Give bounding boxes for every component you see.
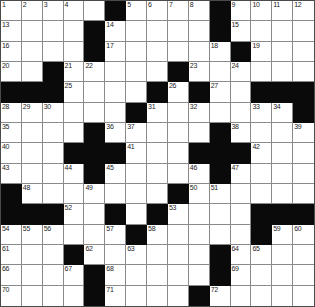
black-cell-r11c3 bbox=[43, 204, 64, 224]
black-cell-r11c1 bbox=[1, 204, 22, 224]
black-cell-r5c2 bbox=[22, 82, 43, 102]
clue-number-47: 47 bbox=[232, 164, 239, 172]
cell-r9c1[interactable]: 43 bbox=[1, 164, 22, 184]
cell-r10c10[interactable]: 50 bbox=[189, 184, 210, 204]
cell-r14c9[interactable] bbox=[168, 265, 189, 285]
cell-r9c14[interactable] bbox=[272, 164, 293, 184]
black-cell-r6c15 bbox=[293, 103, 314, 123]
clue-number-12: 12 bbox=[294, 1, 301, 9]
clue-number-37: 37 bbox=[127, 123, 134, 131]
cell-r1c2[interactable]: 2 bbox=[22, 1, 43, 21]
cell-r1c7[interactable]: 5 bbox=[126, 1, 147, 21]
cell-r1c15[interactable]: 12 bbox=[293, 1, 314, 21]
cell-r10c8[interactable] bbox=[147, 184, 168, 204]
black-cell-r9c11 bbox=[210, 164, 231, 184]
cell-r6c9[interactable] bbox=[168, 103, 189, 123]
cell-r15c9[interactable] bbox=[168, 286, 189, 306]
clue-number-50: 50 bbox=[190, 184, 197, 192]
cell-r3c6[interactable]: 17 bbox=[105, 42, 126, 62]
cell-r14c13[interactable] bbox=[251, 265, 272, 285]
clue-number-22: 22 bbox=[85, 62, 92, 70]
cell-r4c10[interactable]: 23 bbox=[189, 62, 210, 82]
cell-r14c2[interactable] bbox=[22, 265, 43, 285]
black-cell-r10c9 bbox=[168, 184, 189, 204]
clue-number-7: 7 bbox=[169, 1, 173, 9]
clue-number-33: 33 bbox=[252, 103, 259, 111]
cell-r1c1[interactable]: 1 bbox=[1, 1, 22, 21]
cell-r7c9[interactable] bbox=[168, 123, 189, 143]
black-cell-r4c9 bbox=[168, 62, 189, 82]
clue-number-60: 60 bbox=[294, 225, 301, 233]
cell-r13c9[interactable] bbox=[168, 245, 189, 265]
black-cell-r11c6 bbox=[105, 204, 126, 224]
cell-r6c10[interactable]: 32 bbox=[189, 103, 210, 123]
clue-number-59: 59 bbox=[273, 225, 280, 233]
cell-r9c2[interactable] bbox=[22, 164, 43, 184]
clue-number-66: 66 bbox=[2, 265, 9, 273]
clue-number-28: 28 bbox=[2, 103, 9, 111]
clue-number-48: 48 bbox=[23, 184, 30, 192]
cell-r3c3[interactable] bbox=[43, 42, 64, 62]
cell-r3c11[interactable]: 18 bbox=[210, 42, 231, 62]
cell-r2c13[interactable] bbox=[251, 21, 272, 41]
cell-r2c3[interactable] bbox=[43, 21, 64, 41]
cell-r15c8[interactable] bbox=[147, 286, 168, 306]
cell-r11c5[interactable] bbox=[84, 204, 105, 224]
clue-number-19: 19 bbox=[252, 42, 259, 50]
clue-number-11: 11 bbox=[273, 1, 280, 9]
cell-r12c2[interactable]: 55 bbox=[22, 225, 43, 245]
clue-number-44: 44 bbox=[65, 164, 72, 172]
cell-r15c6[interactable]: 71 bbox=[105, 286, 126, 306]
cell-r10c11[interactable]: 51 bbox=[210, 184, 231, 204]
cell-r4c15[interactable] bbox=[293, 62, 314, 82]
black-cell-r8c5 bbox=[84, 143, 105, 163]
cell-r2c15[interactable] bbox=[293, 21, 314, 41]
cell-r4c1[interactable]: 20 bbox=[1, 62, 22, 82]
cell-r8c15[interactable] bbox=[293, 143, 314, 163]
cell-r4c4[interactable]: 21 bbox=[64, 62, 85, 82]
clue-number-42: 42 bbox=[252, 143, 259, 151]
cell-r14c4[interactable]: 67 bbox=[64, 265, 85, 285]
cell-r11c11[interactable] bbox=[210, 204, 231, 224]
cell-r1c13[interactable]: 10 bbox=[251, 1, 272, 21]
cell-r9c9[interactable] bbox=[168, 164, 189, 184]
cell-r1c14[interactable]: 11 bbox=[272, 1, 293, 21]
cell-r7c2[interactable] bbox=[22, 123, 43, 143]
cell-r12c1[interactable]: 54 bbox=[1, 225, 22, 245]
black-cell-r8c4 bbox=[64, 143, 85, 163]
cell-r2c7[interactable] bbox=[126, 21, 147, 41]
cell-r6c6[interactable] bbox=[105, 103, 126, 123]
black-cell-r15c10 bbox=[189, 286, 210, 306]
clue-number-30: 30 bbox=[44, 103, 51, 111]
clue-number-10: 10 bbox=[252, 1, 259, 9]
clue-number-69: 69 bbox=[232, 265, 239, 273]
cell-r12c9[interactable] bbox=[168, 225, 189, 245]
cell-r12c10[interactable] bbox=[189, 225, 210, 245]
clue-number-17: 17 bbox=[106, 42, 113, 50]
cell-r10c7[interactable] bbox=[126, 184, 147, 204]
cell-r15c4[interactable] bbox=[64, 286, 85, 306]
clue-number-18: 18 bbox=[211, 42, 218, 50]
cell-r6c13[interactable]: 33 bbox=[251, 103, 272, 123]
cell-r13c3[interactable] bbox=[43, 245, 64, 265]
clue-number-3: 3 bbox=[44, 1, 48, 9]
cell-r2c4[interactable] bbox=[64, 21, 85, 41]
black-cell-r2c5 bbox=[84, 21, 105, 41]
cell-r13c14[interactable] bbox=[272, 245, 293, 265]
clue-number-53: 53 bbox=[169, 204, 176, 212]
cell-r3c2[interactable] bbox=[22, 42, 43, 62]
black-cell-r9c5 bbox=[84, 164, 105, 184]
clue-number-52: 52 bbox=[65, 204, 72, 212]
cell-r5c9[interactable]: 26 bbox=[168, 82, 189, 102]
clue-number-51: 51 bbox=[211, 184, 218, 192]
cell-r7c1[interactable]: 35 bbox=[1, 123, 22, 143]
cell-r8c9[interactable] bbox=[168, 143, 189, 163]
cell-r7c3[interactable] bbox=[43, 123, 64, 143]
black-cell-r15c5 bbox=[84, 286, 105, 306]
crossword-board: 1234567891011121314151617181920212223242… bbox=[0, 0, 315, 307]
cell-r2c1[interactable]: 13 bbox=[1, 21, 22, 41]
black-cell-r3c12 bbox=[231, 42, 252, 62]
cell-r11c7[interactable] bbox=[126, 204, 147, 224]
black-cell-r5c14 bbox=[272, 82, 293, 102]
cell-r4c2[interactable] bbox=[22, 62, 43, 82]
cell-r11c9[interactable]: 53 bbox=[168, 204, 189, 224]
black-cell-r2c11 bbox=[210, 21, 231, 41]
cell-r1c8[interactable]: 6 bbox=[147, 1, 168, 21]
cell-r7c8[interactable] bbox=[147, 123, 168, 143]
cell-r10c3[interactable] bbox=[43, 184, 64, 204]
cell-r1c10[interactable]: 8 bbox=[189, 1, 210, 21]
cell-r14c1[interactable]: 66 bbox=[1, 265, 22, 285]
cell-r6c12[interactable] bbox=[231, 103, 252, 123]
black-cell-r13c11 bbox=[210, 245, 231, 265]
cell-r10c6[interactable] bbox=[105, 184, 126, 204]
clue-number-25: 25 bbox=[65, 82, 72, 90]
clue-number-67: 67 bbox=[65, 265, 72, 273]
black-cell-r5c10 bbox=[189, 82, 210, 102]
cell-r1c3[interactable]: 3 bbox=[43, 1, 64, 21]
cell-r6c4[interactable] bbox=[64, 103, 85, 123]
clue-number-6: 6 bbox=[148, 1, 152, 9]
cell-r14c14[interactable] bbox=[272, 265, 293, 285]
clue-number-65: 65 bbox=[252, 245, 259, 253]
cell-r13c5[interactable]: 62 bbox=[84, 245, 105, 265]
cell-r3c10[interactable] bbox=[189, 42, 210, 62]
cell-r4c5[interactable]: 22 bbox=[84, 62, 105, 82]
black-cell-r8c6 bbox=[105, 143, 126, 163]
cell-r1c9[interactable]: 7 bbox=[168, 1, 189, 21]
cell-r6c8[interactable]: 31 bbox=[147, 103, 168, 123]
cell-r7c14[interactable] bbox=[272, 123, 293, 143]
cell-r15c7[interactable] bbox=[126, 286, 147, 306]
cell-r2c8[interactable] bbox=[147, 21, 168, 41]
cell-r10c13[interactable] bbox=[251, 184, 272, 204]
cell-r2c2[interactable] bbox=[22, 21, 43, 41]
cell-r3c8[interactable] bbox=[147, 42, 168, 62]
cell-r15c11[interactable]: 72 bbox=[210, 286, 231, 306]
cell-r6c1[interactable]: 28 bbox=[1, 103, 22, 123]
cell-r15c2[interactable] bbox=[22, 286, 43, 306]
cell-r4c7[interactable] bbox=[126, 62, 147, 82]
black-cell-r5c15 bbox=[293, 82, 314, 102]
cell-r10c2[interactable]: 48 bbox=[22, 184, 43, 204]
cell-r14c10[interactable] bbox=[189, 265, 210, 285]
cell-r2c14[interactable] bbox=[272, 21, 293, 41]
cell-r2c12[interactable]: 15 bbox=[231, 21, 252, 41]
clue-number-58: 58 bbox=[148, 225, 155, 233]
cell-r12c12[interactable] bbox=[231, 225, 252, 245]
clue-number-9: 9 bbox=[232, 1, 236, 9]
cell-r10c4[interactable] bbox=[64, 184, 85, 204]
black-cell-r14c11 bbox=[210, 265, 231, 285]
cell-r13c7[interactable]: 63 bbox=[126, 245, 147, 265]
cell-r9c10[interactable]: 46 bbox=[189, 164, 210, 184]
clue-number-38: 38 bbox=[232, 123, 239, 131]
cell-r8c2[interactable] bbox=[22, 143, 43, 163]
cell-r13c12[interactable]: 64 bbox=[231, 245, 252, 265]
cell-r9c15[interactable] bbox=[293, 164, 314, 184]
cell-r9c4[interactable]: 44 bbox=[64, 164, 85, 184]
cell-r14c15[interactable] bbox=[293, 265, 314, 285]
cell-r9c7[interactable] bbox=[126, 164, 147, 184]
black-cell-r11c15 bbox=[293, 204, 314, 224]
clue-number-54: 54 bbox=[2, 225, 9, 233]
clue-number-26: 26 bbox=[169, 82, 176, 90]
black-cell-r5c3 bbox=[43, 82, 64, 102]
cell-r6c5[interactable] bbox=[84, 103, 105, 123]
cell-r6c11[interactable] bbox=[210, 103, 231, 123]
black-cell-r11c8 bbox=[147, 204, 168, 224]
cell-r8c14[interactable] bbox=[272, 143, 293, 163]
clue-number-72: 72 bbox=[211, 286, 218, 294]
black-cell-r1c11 bbox=[210, 1, 231, 21]
cell-r4c13[interactable] bbox=[251, 62, 272, 82]
cell-r1c12[interactable]: 9 bbox=[231, 1, 252, 21]
cell-r11c12[interactable] bbox=[231, 204, 252, 224]
black-cell-r11c14 bbox=[272, 204, 293, 224]
cell-r14c3[interactable] bbox=[43, 265, 64, 285]
cell-r8c8[interactable] bbox=[147, 143, 168, 163]
clue-number-20: 20 bbox=[2, 62, 9, 70]
cell-r15c3[interactable] bbox=[43, 286, 64, 306]
clue-number-55: 55 bbox=[23, 225, 30, 233]
cell-r13c1[interactable]: 61 bbox=[1, 245, 22, 265]
clue-number-15: 15 bbox=[232, 21, 239, 29]
cell-r11c10[interactable] bbox=[189, 204, 210, 224]
cell-r15c13[interactable] bbox=[251, 286, 272, 306]
cell-r5c4[interactable]: 25 bbox=[64, 82, 85, 102]
clue-number-57: 57 bbox=[106, 225, 113, 233]
cell-r12c6[interactable]: 57 bbox=[105, 225, 126, 245]
clue-number-5: 5 bbox=[127, 1, 131, 9]
black-cell-r13c4 bbox=[64, 245, 85, 265]
cell-r2c10[interactable] bbox=[189, 21, 210, 41]
cell-r3c4[interactable] bbox=[64, 42, 85, 62]
cell-r13c15[interactable] bbox=[293, 245, 314, 265]
clue-number-41: 41 bbox=[127, 143, 134, 151]
clue-number-56: 56 bbox=[44, 225, 51, 233]
cell-r6c14[interactable]: 34 bbox=[272, 103, 293, 123]
cell-r12c4[interactable] bbox=[64, 225, 85, 245]
black-cell-r12c13 bbox=[251, 225, 272, 245]
cell-r13c2[interactable] bbox=[22, 245, 43, 265]
cell-r6c2[interactable]: 29 bbox=[22, 103, 43, 123]
black-cell-r10c1 bbox=[1, 184, 22, 204]
cell-r5c6[interactable] bbox=[105, 82, 126, 102]
clue-number-49: 49 bbox=[85, 184, 92, 192]
cell-r10c14[interactable] bbox=[272, 184, 293, 204]
clue-number-2: 2 bbox=[23, 1, 27, 9]
cell-r3c1[interactable]: 16 bbox=[1, 42, 22, 62]
black-cell-r8c11 bbox=[210, 143, 231, 163]
cell-r8c1[interactable]: 40 bbox=[1, 143, 22, 163]
clue-number-70: 70 bbox=[2, 286, 9, 294]
black-cell-r12c7 bbox=[126, 225, 147, 245]
black-cell-r7c5 bbox=[84, 123, 105, 143]
cell-r15c12[interactable] bbox=[231, 286, 252, 306]
clue-number-1: 1 bbox=[2, 1, 6, 9]
cell-r3c14[interactable] bbox=[272, 42, 293, 62]
cell-r6c3[interactable]: 30 bbox=[43, 103, 64, 123]
black-cell-r5c1 bbox=[1, 82, 22, 102]
cell-r14c6[interactable]: 68 bbox=[105, 265, 126, 285]
cell-r15c15[interactable] bbox=[293, 286, 314, 306]
clue-number-71: 71 bbox=[106, 286, 113, 294]
cell-r3c9[interactable] bbox=[168, 42, 189, 62]
clue-number-16: 16 bbox=[2, 42, 9, 50]
cell-r1c5[interactable] bbox=[84, 1, 105, 21]
cell-r15c1[interactable]: 70 bbox=[1, 286, 22, 306]
black-cell-r3c5 bbox=[84, 42, 105, 62]
cell-r15c14[interactable] bbox=[272, 286, 293, 306]
cell-r5c5[interactable] bbox=[84, 82, 105, 102]
clue-number-64: 64 bbox=[232, 245, 239, 253]
cell-r14c7[interactable] bbox=[126, 265, 147, 285]
cell-r4c12[interactable]: 24 bbox=[231, 62, 252, 82]
clue-number-4: 4 bbox=[65, 1, 69, 9]
clue-number-62: 62 bbox=[85, 245, 92, 253]
cell-r7c4[interactable] bbox=[64, 123, 85, 143]
cell-r7c13[interactable] bbox=[251, 123, 272, 143]
cell-r13c6[interactable] bbox=[105, 245, 126, 265]
clue-number-35: 35 bbox=[2, 123, 9, 131]
cell-r9c8[interactable] bbox=[147, 164, 168, 184]
clue-number-27: 27 bbox=[211, 82, 218, 90]
cell-r5c7[interactable] bbox=[126, 82, 147, 102]
clue-number-13: 13 bbox=[2, 21, 9, 29]
clue-number-43: 43 bbox=[2, 164, 9, 172]
cell-r13c10[interactable] bbox=[189, 245, 210, 265]
clue-number-21: 21 bbox=[65, 62, 72, 70]
clue-number-63: 63 bbox=[127, 245, 134, 253]
black-cell-r5c8 bbox=[147, 82, 168, 102]
cell-r1c4[interactable]: 4 bbox=[64, 1, 85, 21]
clue-number-14: 14 bbox=[106, 21, 113, 29]
black-cell-r11c13 bbox=[251, 204, 272, 224]
cell-r12c15[interactable]: 60 bbox=[293, 225, 314, 245]
clue-number-46: 46 bbox=[190, 164, 197, 172]
cell-r4c14[interactable] bbox=[272, 62, 293, 82]
clue-number-36: 36 bbox=[106, 123, 113, 131]
cell-r5c11[interactable]: 27 bbox=[210, 82, 231, 102]
cell-r12c5[interactable] bbox=[84, 225, 105, 245]
clue-number-31: 31 bbox=[148, 103, 155, 111]
cell-r12c3[interactable]: 56 bbox=[43, 225, 64, 245]
cell-r10c5[interactable]: 49 bbox=[84, 184, 105, 204]
clue-number-24: 24 bbox=[232, 62, 239, 70]
cell-r7c7[interactable]: 37 bbox=[126, 123, 147, 143]
cell-r8c3[interactable] bbox=[43, 143, 64, 163]
black-cell-r6c7 bbox=[126, 103, 147, 123]
clue-number-39: 39 bbox=[294, 123, 301, 131]
black-cell-r4c3 bbox=[43, 62, 64, 82]
clue-number-8: 8 bbox=[190, 1, 194, 9]
clue-number-29: 29 bbox=[23, 103, 30, 111]
clue-number-32: 32 bbox=[190, 103, 197, 111]
cell-r9c12[interactable]: 47 bbox=[231, 164, 252, 184]
cell-r13c8[interactable] bbox=[147, 245, 168, 265]
cell-r12c14[interactable]: 59 bbox=[272, 225, 293, 245]
cell-r11c4[interactable]: 52 bbox=[64, 204, 85, 224]
cell-r9c6[interactable]: 45 bbox=[105, 164, 126, 184]
black-cell-r11c2 bbox=[22, 204, 43, 224]
clue-number-61: 61 bbox=[2, 245, 9, 253]
cell-r4c11[interactable] bbox=[210, 62, 231, 82]
crossword-puzzle: 1234567891011121314151617181920212223242… bbox=[0, 0, 315, 307]
cell-r5c12[interactable] bbox=[231, 82, 252, 102]
black-cell-r8c10 bbox=[189, 143, 210, 163]
clue-number-23: 23 bbox=[190, 62, 197, 70]
clue-number-34: 34 bbox=[273, 103, 280, 111]
cell-r3c15[interactable] bbox=[293, 42, 314, 62]
cell-r10c12[interactable] bbox=[231, 184, 252, 204]
cell-r7c10[interactable] bbox=[189, 123, 210, 143]
cell-r8c13[interactable]: 42 bbox=[251, 143, 272, 163]
cell-r4c6[interactable] bbox=[105, 62, 126, 82]
cell-r12c8[interactable]: 58 bbox=[147, 225, 168, 245]
clue-number-68: 68 bbox=[106, 265, 113, 273]
black-cell-r1c6 bbox=[105, 1, 126, 21]
cell-r2c9[interactable] bbox=[168, 21, 189, 41]
cell-r9c3[interactable] bbox=[43, 164, 64, 184]
cell-r3c13[interactable]: 19 bbox=[251, 42, 272, 62]
cell-r3c7[interactable] bbox=[126, 42, 147, 62]
cell-r7c12[interactable]: 38 bbox=[231, 123, 252, 143]
cell-r7c6[interactable]: 36 bbox=[105, 123, 126, 143]
clue-number-40: 40 bbox=[2, 143, 9, 151]
cell-r8c7[interactable]: 41 bbox=[126, 143, 147, 163]
cell-r4c8[interactable] bbox=[147, 62, 168, 82]
cell-r10c15[interactable] bbox=[293, 184, 314, 204]
cell-r14c12[interactable]: 69 bbox=[231, 265, 252, 285]
cell-r14c8[interactable] bbox=[147, 265, 168, 285]
black-cell-r5c13 bbox=[251, 82, 272, 102]
clue-number-45: 45 bbox=[106, 164, 113, 172]
black-cell-r8c12 bbox=[231, 143, 252, 163]
cell-r12c11[interactable] bbox=[210, 225, 231, 245]
cell-r9c13[interactable] bbox=[251, 164, 272, 184]
black-cell-r7c11 bbox=[210, 123, 231, 143]
cell-r7c15[interactable]: 39 bbox=[293, 123, 314, 143]
black-cell-r14c5 bbox=[84, 265, 105, 285]
cell-r13c13[interactable]: 65 bbox=[251, 245, 272, 265]
cell-r2c6[interactable]: 14 bbox=[105, 21, 126, 41]
